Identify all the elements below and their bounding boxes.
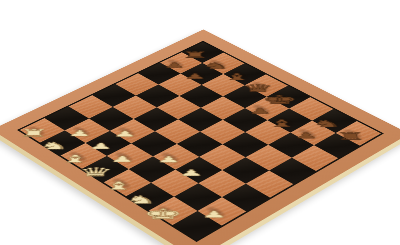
black-pawn-glyph: ♟ [294, 131, 319, 139]
black-queen-glyph: ♛ [242, 83, 275, 93]
white-pawn-glyph: ♟ [110, 155, 135, 163]
black-knight-glyph: ♞ [312, 119, 342, 129]
black-pawn-glyph: ♟ [184, 72, 207, 79]
white-pawn-glyph: ♟ [67, 129, 92, 137]
white-knight-glyph: ♞ [39, 140, 70, 150]
white-king-glyph: ♚ [143, 207, 184, 221]
black-bishop-glyph: ♝ [223, 72, 252, 81]
white-bishop-glyph: ♝ [59, 153, 91, 164]
chess-board-squares: ♜♞♝♛♚♞♜♟♟♟♝♟♟♟♟♟♟♟♟♜♞♝♛♝♞♚ [17, 41, 384, 242]
black-rook-glyph: ♜ [181, 50, 209, 59]
black-pawn-glyph: ♟ [163, 61, 186, 68]
white-bishop-glyph: ♝ [102, 180, 135, 191]
black-pawn-glyph: ♟ [248, 107, 272, 115]
black-rook-glyph: ♜ [335, 131, 367, 141]
chess-board: ♜♞♝♛♚♞♜♟♟♟♝♟♟♟♟♟♟♟♟♜♞♝♛♝♞♚ [0, 29, 400, 245]
white-pawn-glyph: ♟ [201, 209, 227, 218]
white-rook-glyph: ♜ [18, 128, 50, 138]
white-pawn-glyph: ♟ [113, 130, 138, 138]
white-pawn-glyph: ♟ [156, 155, 181, 163]
white-pawn-glyph: ♟ [88, 142, 113, 150]
scene: ♜♞♝♛♚♞♜♟♟♟♝♟♟♟♟♟♟♟♟♜♞♝♛♝♞♚ [0, 0, 400, 245]
white-queen-glyph: ♛ [78, 166, 114, 178]
black-king-glyph: ♚ [261, 94, 298, 106]
white-knight-glyph: ♞ [126, 194, 158, 205]
black-knight-glyph: ♞ [202, 61, 230, 70]
white-pawn-glyph: ♟ [179, 168, 204, 177]
black-bishop-glyph: ♝ [267, 118, 298, 128]
